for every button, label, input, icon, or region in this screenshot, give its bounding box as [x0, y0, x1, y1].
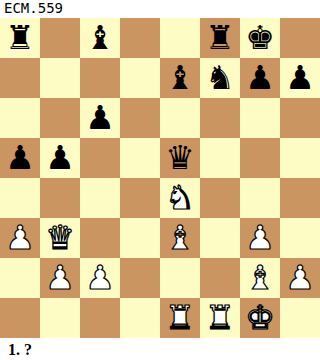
square-d3[interactable] — [120, 218, 160, 258]
piece-black-pawn: ♟ — [45, 138, 75, 178]
piece-black-pawn: ♟ — [285, 58, 315, 98]
square-c1[interactable] — [80, 298, 120, 338]
square-a1[interactable] — [0, 298, 40, 338]
square-f2[interactable] — [200, 258, 240, 298]
square-h1[interactable] — [280, 298, 320, 338]
square-h8[interactable] — [280, 18, 320, 58]
square-a7[interactable] — [0, 58, 40, 98]
square-e2[interactable] — [160, 258, 200, 298]
square-h6[interactable] — [280, 98, 320, 138]
piece-white-pawn: ♟ — [285, 258, 315, 298]
piece-black-queen: ♛ — [165, 138, 195, 178]
square-e4[interactable]: ♞ — [160, 178, 200, 218]
piece-white-rook: ♜ — [205, 298, 235, 338]
square-c5[interactable] — [80, 138, 120, 178]
square-g7[interactable]: ♟ — [240, 58, 280, 98]
square-c3[interactable] — [80, 218, 120, 258]
piece-white-pawn: ♟ — [45, 258, 75, 298]
square-g1[interactable]: ♚ — [240, 298, 280, 338]
square-f6[interactable] — [200, 98, 240, 138]
square-a4[interactable] — [0, 178, 40, 218]
square-d4[interactable] — [120, 178, 160, 218]
square-f1[interactable]: ♜ — [200, 298, 240, 338]
square-f7[interactable]: ♞ — [200, 58, 240, 98]
piece-black-rook: ♜ — [5, 18, 35, 58]
square-g6[interactable] — [240, 98, 280, 138]
piece-black-rook: ♜ — [205, 18, 235, 58]
square-a3[interactable]: ♟ — [0, 218, 40, 258]
chess-board: ♜♝♜♚♝♞♟♟♟♟♟♛♞♟♛♝♟♟♟♝♟♜♜♚ — [0, 18, 320, 338]
square-f8[interactable]: ♜ — [200, 18, 240, 58]
piece-black-knight: ♞ — [205, 58, 235, 98]
square-e8[interactable] — [160, 18, 200, 58]
square-f5[interactable] — [200, 138, 240, 178]
square-b4[interactable] — [40, 178, 80, 218]
piece-white-rook: ♜ — [165, 298, 195, 338]
square-e3[interactable]: ♝ — [160, 218, 200, 258]
square-b3[interactable]: ♛ — [40, 218, 80, 258]
square-g3[interactable]: ♟ — [240, 218, 280, 258]
square-e1[interactable]: ♜ — [160, 298, 200, 338]
square-h5[interactable] — [280, 138, 320, 178]
piece-black-bishop: ♝ — [165, 58, 195, 98]
square-e5[interactable]: ♛ — [160, 138, 200, 178]
square-d5[interactable] — [120, 138, 160, 178]
square-d6[interactable] — [120, 98, 160, 138]
square-a5[interactable]: ♟ — [0, 138, 40, 178]
square-g5[interactable] — [240, 138, 280, 178]
square-g4[interactable] — [240, 178, 280, 218]
piece-black-king: ♚ — [245, 18, 275, 58]
piece-black-pawn: ♟ — [85, 98, 115, 138]
piece-black-pawn: ♟ — [245, 58, 275, 98]
square-d7[interactable] — [120, 58, 160, 98]
square-b7[interactable] — [40, 58, 80, 98]
piece-white-knight: ♞ — [165, 178, 195, 218]
square-c4[interactable] — [80, 178, 120, 218]
square-d8[interactable] — [120, 18, 160, 58]
square-c2[interactable]: ♟ — [80, 258, 120, 298]
piece-white-pawn: ♟ — [5, 218, 35, 258]
square-a8[interactable]: ♜ — [0, 18, 40, 58]
square-d1[interactable] — [120, 298, 160, 338]
square-h2[interactable]: ♟ — [280, 258, 320, 298]
square-a2[interactable] — [0, 258, 40, 298]
square-g2[interactable]: ♝ — [240, 258, 280, 298]
square-c8[interactable]: ♝ — [80, 18, 120, 58]
square-a6[interactable] — [0, 98, 40, 138]
square-e6[interactable] — [160, 98, 200, 138]
piece-white-pawn: ♟ — [85, 258, 115, 298]
piece-black-pawn: ♟ — [5, 138, 35, 178]
square-g8[interactable]: ♚ — [240, 18, 280, 58]
square-d2[interactable] — [120, 258, 160, 298]
puzzle-id: ECM.559 — [0, 0, 320, 18]
piece-white-queen: ♛ — [45, 218, 75, 258]
square-b6[interactable] — [40, 98, 80, 138]
square-c7[interactable] — [80, 58, 120, 98]
piece-white-pawn: ♟ — [245, 218, 275, 258]
square-b2[interactable]: ♟ — [40, 258, 80, 298]
chess-app-window: ECM.559 ♜♝♜♚♝♞♟♟♟♟♟♛♞♟♛♝♟♟♟♝♟♜♜♚ 1. ? — [0, 0, 320, 360]
square-f4[interactable] — [200, 178, 240, 218]
piece-black-bishop: ♝ — [85, 18, 115, 58]
square-b1[interactable] — [40, 298, 80, 338]
piece-white-bishop: ♝ — [245, 258, 275, 298]
piece-white-king: ♚ — [245, 298, 275, 338]
square-h4[interactable] — [280, 178, 320, 218]
move-prompt: 1. ? — [0, 341, 320, 359]
square-c6[interactable]: ♟ — [80, 98, 120, 138]
square-b8[interactable] — [40, 18, 80, 58]
square-b5[interactable]: ♟ — [40, 138, 80, 178]
square-e7[interactable]: ♝ — [160, 58, 200, 98]
square-h3[interactable] — [280, 218, 320, 258]
square-f3[interactable] — [200, 218, 240, 258]
piece-white-bishop: ♝ — [165, 218, 195, 258]
square-h7[interactable]: ♟ — [280, 58, 320, 98]
